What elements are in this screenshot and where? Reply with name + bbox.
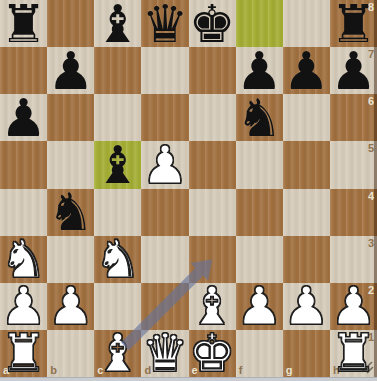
square-e7[interactable] xyxy=(189,47,236,94)
square-f4[interactable] xyxy=(236,189,283,236)
piece-black-bishop[interactable]: ♝ xyxy=(94,141,141,188)
square-b6[interactable] xyxy=(47,94,94,141)
square-e6[interactable] xyxy=(189,94,236,141)
square-f1[interactable]: f xyxy=(236,330,283,377)
piece-white-queen[interactable]: ♛ xyxy=(141,330,188,377)
square-f5[interactable] xyxy=(236,141,283,188)
piece-black-pawn[interactable]: ♟ xyxy=(47,47,94,94)
square-h7[interactable]: 7♟ xyxy=(330,47,377,94)
square-d8[interactable]: ♛ xyxy=(141,0,188,47)
square-b7[interactable]: ♟ xyxy=(47,47,94,94)
square-d1[interactable]: d♛ xyxy=(141,330,188,377)
square-a8[interactable]: ♜ xyxy=(0,0,47,47)
square-c8[interactable]: ♝ xyxy=(94,0,141,47)
piece-black-pawn[interactable]: ♟ xyxy=(330,47,377,94)
square-c7[interactable] xyxy=(94,47,141,94)
piece-black-rook[interactable]: ♜ xyxy=(0,0,47,47)
square-b2[interactable]: ♟ xyxy=(47,283,94,330)
piece-black-pawn[interactable]: ♟ xyxy=(0,94,47,141)
square-a5[interactable] xyxy=(0,141,47,188)
square-e4[interactable] xyxy=(189,189,236,236)
square-e5[interactable] xyxy=(189,141,236,188)
file-label-g: g xyxy=(286,364,293,376)
piece-white-pawn[interactable]: ♟ xyxy=(141,141,188,188)
piece-black-knight[interactable]: ♞ xyxy=(47,189,94,236)
chess-app-window: ♜♝♛♚8♜♟♟♟7♟♟♞6♝♟5♞4♞♞3♟♟♝♟♟2♟a♜bc♝d♛e♚fg… xyxy=(0,0,377,381)
square-c3[interactable]: ♞ xyxy=(94,236,141,283)
square-f2[interactable]: ♟ xyxy=(236,283,283,330)
square-h4[interactable]: 4 xyxy=(330,189,377,236)
piece-black-queen[interactable]: ♛ xyxy=(141,0,188,47)
square-h5[interactable]: 5 xyxy=(330,141,377,188)
piece-white-pawn[interactable]: ♟ xyxy=(283,283,330,330)
square-a6[interactable]: ♟ xyxy=(0,94,47,141)
square-g2[interactable]: ♟ xyxy=(283,283,330,330)
rank-label-5: 5 xyxy=(368,142,374,154)
square-b1[interactable]: b xyxy=(47,330,94,377)
square-d3[interactable] xyxy=(141,236,188,283)
square-g6[interactable] xyxy=(283,94,330,141)
square-a1[interactable]: a♜ xyxy=(0,330,47,377)
piece-white-knight[interactable]: ♞ xyxy=(94,236,141,283)
piece-black-pawn[interactable]: ♟ xyxy=(283,47,330,94)
square-g4[interactable] xyxy=(283,189,330,236)
square-g7[interactable]: ♟ xyxy=(283,47,330,94)
square-g1[interactable]: g xyxy=(283,330,330,377)
square-d5[interactable]: ♟ xyxy=(141,141,188,188)
square-d7[interactable] xyxy=(141,47,188,94)
rank-label-3: 3 xyxy=(368,237,374,249)
file-label-f: f xyxy=(239,364,243,376)
square-b4[interactable]: ♞ xyxy=(47,189,94,236)
piece-black-knight[interactable]: ♞ xyxy=(236,94,283,141)
piece-white-rook[interactable]: ♜ xyxy=(0,330,47,377)
square-e8[interactable]: ♚ xyxy=(189,0,236,47)
rank-label-4: 4 xyxy=(368,190,374,202)
piece-white-pawn[interactable]: ♟ xyxy=(47,283,94,330)
square-f6[interactable]: ♞ xyxy=(236,94,283,141)
square-c1[interactable]: c♝ xyxy=(94,330,141,377)
square-e1[interactable]: e♚ xyxy=(189,330,236,377)
square-c5[interactable]: ♝ xyxy=(94,141,141,188)
square-d4[interactable] xyxy=(141,189,188,236)
file-label-b: b xyxy=(50,364,57,376)
piece-black-bishop[interactable]: ♝ xyxy=(94,0,141,47)
piece-white-pawn[interactable]: ♟ xyxy=(236,283,283,330)
resize-handle[interactable] xyxy=(360,360,374,374)
square-h6[interactable]: 6 xyxy=(330,94,377,141)
piece-black-king[interactable]: ♚ xyxy=(189,0,236,47)
piece-white-bishop[interactable]: ♝ xyxy=(94,330,141,377)
square-g5[interactable] xyxy=(283,141,330,188)
chess-board: ♜♝♛♚8♜♟♟♟7♟♟♞6♝♟5♞4♞♞3♟♟♝♟♟2♟a♜bc♝d♛e♚fg… xyxy=(0,0,377,377)
piece-white-king[interactable]: ♚ xyxy=(189,330,236,377)
